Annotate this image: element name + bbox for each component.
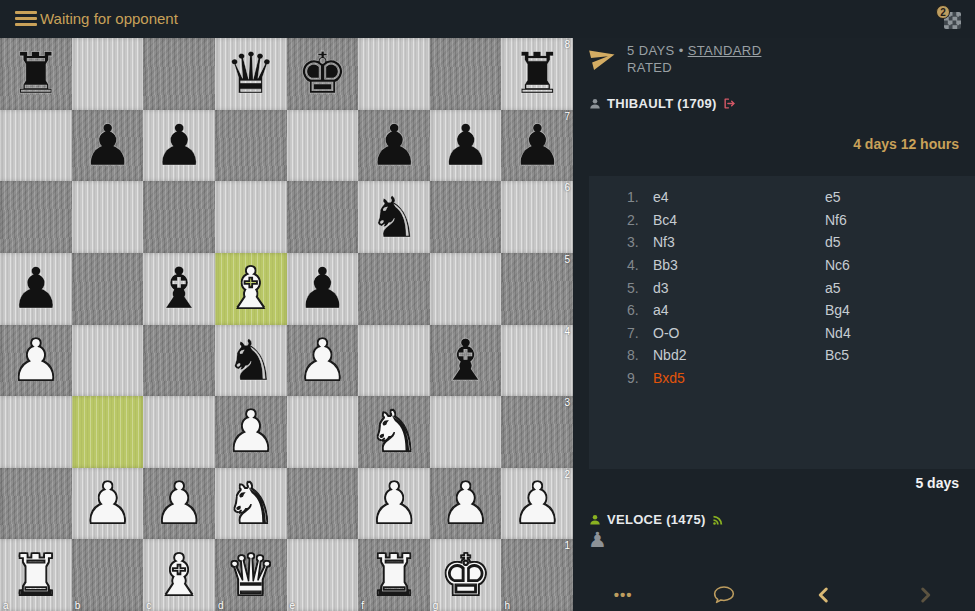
chat-bubble-icon (712, 584, 736, 605)
rank-label-2: 2 (564, 469, 570, 480)
top-bar: Waiting for opponent 2 (0, 0, 975, 38)
square-f7[interactable]: ♟ (358, 110, 430, 182)
chevron-right-icon (916, 585, 934, 605)
opponent-row[interactable]: THIBAULT (1709) (589, 96, 736, 111)
white-move: Bc4 (653, 212, 825, 228)
white-pawn-h2[interactable]: ♟ (512, 475, 563, 532)
square-d6[interactable] (215, 181, 287, 253)
white-pawn-e4[interactable]: ♟ (297, 332, 348, 389)
move-number: 4. (627, 257, 653, 273)
white-pawn-b2[interactable]: ♟ (82, 475, 133, 532)
rank-label-6: 6 (564, 182, 570, 193)
square-d2[interactable]: ♞ (215, 468, 287, 540)
chess-app: Waiting for opponent 2 ♜♛♚♜8♟♟♟♟♟7♞6♟♝♝♟… (0, 0, 975, 611)
move-number: 6. (627, 302, 653, 318)
black-pawn-g7[interactable]: ♟ (440, 117, 491, 174)
square-c2[interactable]: ♟ (143, 468, 215, 540)
black-knight-d4[interactable]: ♞ (225, 332, 276, 389)
black-queen-d8[interactable]: ♛ (225, 45, 276, 102)
rank-label-4: 4 (564, 326, 570, 337)
square-d7[interactable] (215, 110, 287, 182)
white-pawn-d3[interactable]: ♟ (225, 403, 276, 460)
square-f8[interactable] (358, 38, 430, 110)
back-move-button[interactable] (774, 578, 875, 611)
file-label-d: d (218, 600, 224, 611)
black-bishop-g4[interactable]: ♝ (440, 332, 491, 389)
square-h5[interactable]: 5 (501, 253, 573, 325)
black-move: Bg4 (825, 302, 975, 318)
black-rook-h8[interactable]: ♜ (512, 45, 563, 102)
square-g7[interactable]: ♟ (430, 110, 502, 182)
move-row-1: 1.e4e5 (589, 186, 975, 209)
file-label-b: b (75, 600, 81, 611)
white-pawn-a4[interactable]: ♟ (10, 332, 61, 389)
white-move: Bb3 (653, 257, 825, 273)
game-side-panel: 5 DAYS • STANDARD RATED THIBAULT (1709) … (573, 38, 975, 611)
square-c7[interactable]: ♟ (143, 110, 215, 182)
black-bishop-c5[interactable]: ♝ (154, 260, 205, 317)
square-g3[interactable] (430, 396, 502, 468)
square-e2[interactable] (287, 468, 359, 540)
player-left-icon (723, 97, 736, 110)
player-name[interactable]: VELOCE (1475) (607, 512, 706, 527)
game-info: 5 DAYS • STANDARD RATED (589, 42, 761, 76)
move-number: 1. (627, 189, 653, 205)
square-b5[interactable] (72, 253, 144, 325)
move-number: 5. (627, 280, 653, 296)
forward-move-button[interactable] (875, 578, 975, 611)
move-row-7: 7.O-ONd4 (589, 322, 975, 345)
square-f3[interactable]: ♞ (358, 396, 430, 468)
black-move: Nd4 (825, 325, 975, 341)
white-bishop-c1[interactable]: ♝ (154, 547, 205, 604)
move-number: 9. (627, 370, 653, 386)
square-d4[interactable]: ♞ (215, 325, 287, 397)
move-list[interactable]: 1.e4e52.Bc4Nf63.Nf3d54.Bb3Nc65.d3a56.a4B… (589, 176, 975, 469)
white-knight-d2[interactable]: ♞ (225, 475, 276, 532)
rank-label-1: 1 (564, 540, 570, 551)
player-user-icon (589, 514, 601, 526)
black-king-e8[interactable]: ♚ (297, 45, 348, 102)
square-d1[interactable]: ♛d (215, 539, 287, 611)
chess-board[interactable]: ♜♛♚♜8♟♟♟♟♟7♞6♟♝♝♟5♟♞♟♝4♟♞3♟♟♞♟♟♟2♜ab♝c♛d… (0, 38, 573, 611)
square-b2[interactable]: ♟ (72, 468, 144, 540)
games-in-progress-button[interactable]: 2 (941, 9, 961, 29)
black-move: e5 (825, 189, 975, 205)
white-move: d3 (653, 280, 825, 296)
square-f4[interactable] (358, 325, 430, 397)
square-a7[interactable] (0, 110, 72, 182)
more-options-button[interactable]: ••• (573, 578, 674, 611)
file-label-h: h (504, 600, 510, 611)
square-a2[interactable] (0, 468, 72, 540)
chat-button[interactable] (674, 578, 775, 611)
rank-label-8: 8 (564, 39, 570, 50)
black-move: a5 (825, 280, 975, 296)
square-c6[interactable] (143, 181, 215, 253)
white-move: O-O (653, 325, 825, 341)
square-g4[interactable]: ♝ (430, 325, 502, 397)
square-a8[interactable]: ♜ (0, 38, 72, 110)
square-c1[interactable]: ♝c (143, 539, 215, 611)
black-move: Bc5 (825, 347, 975, 363)
white-move: Bxd5 (653, 370, 825, 386)
black-move: Nc6 (825, 257, 975, 273)
square-f6[interactable]: ♞ (358, 181, 430, 253)
square-b3[interactable] (72, 396, 144, 468)
info-separator: • (679, 43, 684, 58)
square-g2[interactable]: ♟ (430, 468, 502, 540)
player-row[interactable]: VELOCE (1475) (589, 512, 724, 527)
status-title: Waiting for opponent (40, 10, 178, 27)
time-control-label: 5 DAYS (627, 43, 675, 58)
square-e3[interactable] (287, 396, 359, 468)
black-pawn-b7[interactable]: ♟ (82, 117, 133, 174)
square-g5[interactable] (430, 253, 502, 325)
square-c5[interactable]: ♝ (143, 253, 215, 325)
hamburger-menu-icon[interactable] (15, 11, 37, 27)
opponent-user-icon (589, 98, 601, 110)
correspondence-paper-plane-icon (589, 44, 616, 75)
move-row-6: 6.a4Bg4 (589, 299, 975, 322)
square-c8[interactable] (143, 38, 215, 110)
white-move: Nbd2 (653, 347, 825, 363)
move-row-2: 2.Bc4Nf6 (589, 209, 975, 232)
file-label-g: g (433, 600, 439, 611)
white-rook-f1[interactable]: ♜ (368, 547, 419, 604)
black-rook-a8[interactable]: ♜ (10, 45, 61, 102)
white-pawn-c2[interactable]: ♟ (154, 475, 205, 532)
bottom-nav-bar: ••• (573, 578, 975, 611)
square-h8[interactable]: ♜8 (501, 38, 573, 110)
file-label-c: c (146, 600, 151, 611)
square-f1[interactable]: ♜f (358, 539, 430, 611)
white-move: e4 (653, 189, 825, 205)
square-d8[interactable]: ♛ (215, 38, 287, 110)
square-h7[interactable]: ♟7 (501, 110, 573, 182)
square-h6[interactable]: 6 (501, 181, 573, 253)
square-e8[interactable]: ♚ (287, 38, 359, 110)
move-number: 2. (627, 212, 653, 228)
square-h2[interactable]: ♟2 (501, 468, 573, 540)
square-f5[interactable] (358, 253, 430, 325)
square-f2[interactable]: ♟ (358, 468, 430, 540)
move-number: 3. (627, 234, 653, 250)
variant-label[interactable]: STANDARD (688, 43, 762, 58)
opponent-clock: 4 days 12 hours (849, 136, 959, 153)
square-g6[interactable] (430, 181, 502, 253)
move-number: 8. (627, 347, 653, 363)
games-count-badge: 2 (936, 5, 950, 19)
move-row-5: 5.d3a5 (589, 276, 975, 299)
captured-pieces-tray: ♟ (588, 530, 607, 551)
square-g1[interactable]: ♚g (430, 539, 502, 611)
black-pawn-h7[interactable]: ♟ (512, 117, 563, 174)
square-b1[interactable]: b (72, 539, 144, 611)
black-pawn-f7[interactable]: ♟ (368, 117, 419, 174)
opponent-name[interactable]: THIBAULT (1709) (607, 96, 717, 111)
move-number: 7. (627, 325, 653, 341)
move-row-4: 4.Bb3Nc6 (589, 254, 975, 277)
white-rook-a1[interactable]: ♜ (10, 547, 61, 604)
online-broadcast-icon (712, 514, 724, 526)
square-a1[interactable]: ♜a (0, 539, 72, 611)
rated-label: RATED (627, 59, 761, 76)
square-b4[interactable] (72, 325, 144, 397)
captured-pawn-icon: ♟ (588, 528, 607, 552)
file-label-a: a (3, 600, 9, 611)
chevron-left-icon (815, 585, 833, 605)
square-g8[interactable] (430, 38, 502, 110)
square-b6[interactable] (72, 181, 144, 253)
white-move: Nf3 (653, 234, 825, 250)
white-move: a4 (653, 302, 825, 318)
square-b8[interactable] (72, 38, 144, 110)
file-label-f: f (361, 600, 364, 611)
white-queen-d1[interactable]: ♛ (225, 547, 276, 604)
move-row-3: 3.Nf3d5 (589, 231, 975, 254)
square-a4[interactable]: ♟ (0, 325, 72, 397)
square-e6[interactable] (287, 181, 359, 253)
square-c4[interactable] (143, 325, 215, 397)
square-e7[interactable] (287, 110, 359, 182)
square-h4[interactable]: 4 (501, 325, 573, 397)
square-d3[interactable]: ♟ (215, 396, 287, 468)
square-e5[interactable]: ♟ (287, 253, 359, 325)
move-row-8: 8.Nbd2Bc5 (589, 344, 975, 367)
black-pawn-e5[interactable]: ♟ (297, 260, 348, 317)
white-bishop-d5[interactable]: ♝ (225, 260, 276, 317)
square-d5[interactable]: ♝ (215, 253, 287, 325)
square-c3[interactable] (143, 396, 215, 468)
rank-label-7: 7 (564, 111, 570, 122)
square-e4[interactable]: ♟ (287, 325, 359, 397)
black-move: d5 (825, 234, 975, 250)
square-a3[interactable] (0, 396, 72, 468)
rank-label-5: 5 (564, 254, 570, 265)
black-pawn-c7[interactable]: ♟ (154, 117, 205, 174)
player-clock: 5 days (915, 475, 959, 491)
white-pawn-f2[interactable]: ♟ (368, 475, 419, 532)
square-a5[interactable]: ♟ (0, 253, 72, 325)
black-pawn-a5[interactable]: ♟ (10, 260, 61, 317)
square-h3[interactable]: 3 (501, 396, 573, 468)
white-pawn-g2[interactable]: ♟ (440, 475, 491, 532)
square-a6[interactable] (0, 181, 72, 253)
square-b7[interactable]: ♟ (72, 110, 144, 182)
black-knight-f6[interactable]: ♞ (368, 189, 419, 246)
white-knight-f3[interactable]: ♞ (368, 403, 419, 460)
black-move: Nf6 (825, 212, 975, 228)
file-label-e: e (290, 600, 296, 611)
square-h1[interactable]: 1h (501, 539, 573, 611)
more-dots-icon: ••• (614, 586, 633, 603)
move-row-9: 9.Bxd5 (589, 367, 975, 390)
white-king-g1[interactable]: ♚ (440, 547, 491, 604)
square-e1[interactable]: e (287, 539, 359, 611)
rank-label-3: 3 (564, 397, 570, 408)
